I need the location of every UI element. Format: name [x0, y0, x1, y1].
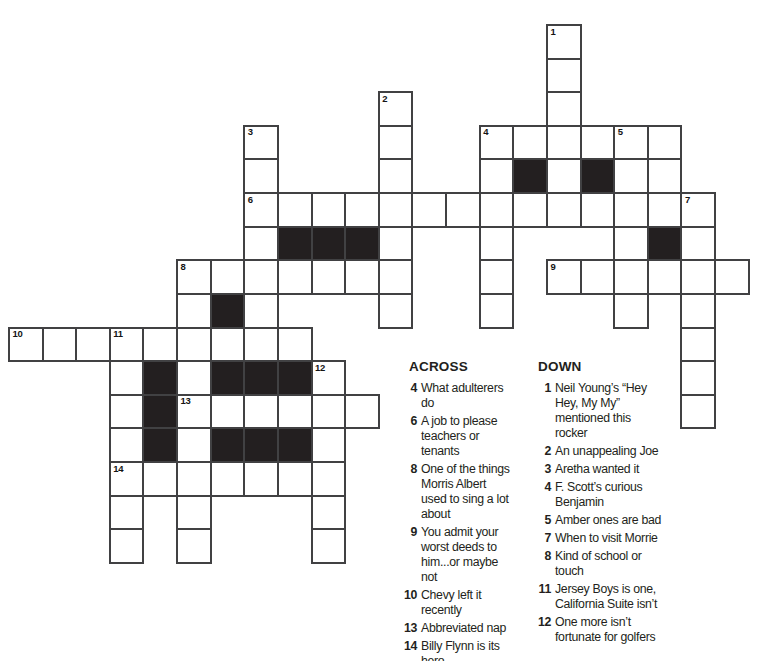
across-clue-4: 4What adulterers do: [402, 381, 534, 411]
black-cell-r6c10: [345, 227, 379, 261]
black-cell-r6c19: [648, 227, 682, 261]
cell-r10c9[interactable]: 12: [312, 361, 346, 395]
cell-number-10: 10: [13, 329, 23, 339]
black-cell-r11c4: [143, 395, 177, 429]
across-clue-9: 9You admit your worst deeds to him...or …: [402, 525, 534, 585]
cell-r14c9[interactable]: [312, 496, 346, 530]
cell-r8c18[interactable]: [614, 294, 648, 328]
cell-r9c7[interactable]: [244, 328, 278, 362]
cell-r5c14[interactable]: [480, 193, 514, 227]
cell-r9c6[interactable]: [211, 328, 245, 362]
cell-r3c15[interactable]: [513, 126, 547, 160]
down-clue-number-8: 8: [536, 549, 551, 579]
cell-r9c0[interactable]: 10: [9, 328, 43, 362]
down-clue-text-3: Aretha wanted it: [555, 462, 705, 477]
black-cell-r4c17: [581, 159, 615, 193]
cell-r7c20[interactable]: [681, 260, 715, 294]
cell-r8c20[interactable]: [681, 294, 715, 328]
down-clue-text-4: F. Scott’s curious Benjamin: [555, 480, 705, 510]
cell-r9c8[interactable]: [278, 328, 312, 362]
cell-r14c3[interactable]: [110, 496, 144, 530]
cell-number-8: 8: [181, 262, 186, 272]
cell-r7c19[interactable]: [648, 260, 682, 294]
black-cell-r12c7: [244, 428, 278, 462]
cell-r5c15[interactable]: [513, 193, 547, 227]
black-cell-r12c8: [278, 428, 312, 462]
across-clue-text-9: You admit your worst deeds to him...or m…: [421, 525, 534, 585]
down-clue-8: 8Kind of school or touch: [536, 549, 708, 579]
cell-r13c5[interactable]: [177, 462, 211, 496]
cell-r5c10[interactable]: [345, 193, 379, 227]
across-clue-list: 4What adulterers do6A job to please teac…: [402, 381, 534, 661]
down-clue-text-2: An unappealing Joe: [555, 444, 705, 459]
cell-r9c3[interactable]: 11: [110, 328, 144, 362]
cell-number-12: 12: [315, 363, 325, 373]
cell-r5c12[interactable]: [412, 193, 446, 227]
down-clue-3: 3Aretha wanted it: [536, 462, 708, 477]
cell-r1c16[interactable]: [547, 59, 581, 93]
cell-r11c3[interactable]: [110, 395, 144, 429]
down-clue-text-1: Neil Young’s “Hey Hey, My My” mentioned …: [555, 381, 705, 441]
cell-number-7: 7: [685, 195, 690, 205]
cell-r9c20[interactable]: [681, 328, 715, 362]
cell-r3c17[interactable]: [581, 126, 615, 160]
down-clue-1: 1Neil Young’s “Hey Hey, My My” mentioned…: [536, 381, 708, 441]
cell-r5c9[interactable]: [312, 193, 346, 227]
cell-number-14: 14: [113, 464, 123, 474]
down-clue-number-7: 7: [536, 531, 551, 546]
across-clue-text-4: What adulterers do: [421, 381, 534, 411]
cell-r6c18[interactable]: [614, 227, 648, 261]
cell-number-4: 4: [483, 127, 488, 137]
black-cell-r12c6: [211, 428, 245, 462]
cell-r2c11[interactable]: 2: [379, 92, 413, 126]
cell-r6c20[interactable]: [681, 227, 715, 261]
cell-r7c18[interactable]: [614, 260, 648, 294]
across-clue-number-10: 10: [402, 588, 417, 618]
cell-number-11: 11: [113, 329, 122, 339]
cell-r7c10[interactable]: [345, 260, 379, 294]
cell-r5c13[interactable]: [446, 193, 480, 227]
cell-r7c11[interactable]: [379, 260, 413, 294]
down-clue-number-12: 12: [536, 615, 551, 645]
cell-r5c16[interactable]: [547, 193, 581, 227]
down-clue-number-3: 3: [536, 462, 551, 477]
down-clue-text-8: Kind of school or touch: [555, 549, 705, 579]
cell-r8c11[interactable]: [379, 294, 413, 328]
cell-r8c7[interactable]: [244, 294, 278, 328]
across-clue-14: 14Billy Flynn is its hero: [402, 639, 534, 661]
cell-r3c19[interactable]: [648, 126, 682, 160]
cell-r4c14[interactable]: [480, 159, 514, 193]
down-clue-number-1: 1: [536, 381, 551, 441]
down-clue-number-4: 4: [536, 480, 551, 510]
cell-number-2: 2: [382, 94, 387, 104]
cell-r6c7[interactable]: [244, 227, 278, 261]
across-clue-8: 8One of the things Morris Albert used to…: [402, 462, 534, 522]
cell-r10c5[interactable]: [177, 361, 211, 395]
cell-r7c14[interactable]: [480, 260, 514, 294]
cell-r2c16[interactable]: [547, 92, 581, 126]
across-clue-number-6: 6: [402, 414, 417, 459]
cell-r9c2[interactable]: [76, 328, 110, 362]
cell-r11c5[interactable]: 13: [177, 395, 211, 429]
cell-number-5: 5: [618, 127, 623, 137]
cell-r4c16[interactable]: [547, 159, 581, 193]
down-clue-number-2: 2: [536, 444, 551, 459]
cell-r11c6[interactable]: [211, 395, 245, 429]
cell-r11c8[interactable]: [278, 395, 312, 429]
cell-r7c6[interactable]: [211, 260, 245, 294]
across-clue-6: 6A job to please teachers or tenants: [402, 414, 534, 459]
cell-r11c7[interactable]: [244, 395, 278, 429]
cell-r13c6[interactable]: [211, 462, 245, 496]
black-cell-r4c15: [513, 159, 547, 193]
cell-number-3: 3: [248, 127, 253, 137]
down-clue-number-5: 5: [536, 513, 551, 528]
cell-r15c5[interactable]: [177, 529, 211, 563]
cell-r7c7[interactable]: [244, 260, 278, 294]
cell-r11c9[interactable]: [312, 395, 346, 429]
across-clue-text-10: Chevy left it recently: [421, 588, 534, 618]
across-clue-10: 10Chevy left it recently: [402, 588, 534, 618]
cell-r4c11[interactable]: [379, 159, 413, 193]
cell-r10c3[interactable]: [110, 361, 144, 395]
cell-r5c19[interactable]: [648, 193, 682, 227]
down-clue-7: 7When to visit Morrie: [536, 531, 708, 546]
black-cell-r10c4: [143, 361, 177, 395]
cell-r7c21[interactable]: [715, 260, 749, 294]
down-clue-number-11: 11: [536, 582, 551, 612]
cell-r9c4[interactable]: [143, 328, 177, 362]
cell-r3c14[interactable]: 4: [480, 126, 514, 160]
cell-r7c9[interactable]: [312, 260, 346, 294]
cell-r5c8[interactable]: [278, 193, 312, 227]
cell-r3c7[interactable]: 3: [244, 126, 278, 160]
cell-r6c11[interactable]: [379, 227, 413, 261]
black-cell-r10c8: [278, 361, 312, 395]
cell-r8c14[interactable]: [480, 294, 514, 328]
cell-r12c9[interactable]: [312, 428, 346, 462]
cell-r13c8[interactable]: [278, 462, 312, 496]
across-clue-13: 13Abbreviated nap: [402, 621, 534, 636]
cell-r13c7[interactable]: [244, 462, 278, 496]
cell-r7c16[interactable]: 9: [547, 260, 581, 294]
cell-number-13: 13: [181, 396, 191, 406]
cell-r5c11[interactable]: [379, 193, 413, 227]
cell-r8c5[interactable]: [177, 294, 211, 328]
across-clue-number-13: 13: [402, 621, 417, 636]
cell-r14c5[interactable]: [177, 496, 211, 530]
black-cell-r8c6: [211, 294, 245, 328]
cell-r4c18[interactable]: [614, 159, 648, 193]
cell-r9c5[interactable]: [177, 328, 211, 362]
across-clue-number-14: 14: [402, 639, 417, 661]
across-clue-text-14: Billy Flynn is its hero: [421, 639, 534, 661]
down-clue-text-11: Jersey Boys is one, California Suite isn…: [555, 582, 705, 612]
down-header: DOWN: [538, 359, 708, 374]
cell-r5c20[interactable]: 7: [681, 193, 715, 227]
cell-r13c4[interactable]: [143, 462, 177, 496]
cell-r4c19[interactable]: [648, 159, 682, 193]
down-clue-text-7: When to visit Morrie: [555, 531, 705, 546]
cell-r13c3[interactable]: 14: [110, 462, 144, 496]
down-clue-4: 4F. Scott’s curious Benjamin: [536, 480, 708, 510]
down-clue-list: 1Neil Young’s “Hey Hey, My My” mentioned…: [536, 381, 708, 645]
across-clue-number-4: 4: [402, 381, 417, 411]
cell-r3c18[interactable]: 5: [614, 126, 648, 160]
down-clue-text-12: One more isn’t fortunate for golfers: [555, 615, 705, 645]
cell-r4c7[interactable]: [244, 159, 278, 193]
black-cell-r6c9: [312, 227, 346, 261]
black-cell-r10c7: [244, 361, 278, 395]
cell-r5c17[interactable]: [581, 193, 615, 227]
cell-number-9: 9: [550, 262, 555, 272]
black-cell-r12c4: [143, 428, 177, 462]
cell-r5c7[interactable]: 6: [244, 193, 278, 227]
down-clue-11: 11Jersey Boys is one, California Suite i…: [536, 582, 708, 612]
black-cell-r10c6: [211, 361, 245, 395]
across-clue-text-8: One of the things Morris Albert used to …: [421, 462, 534, 522]
cell-r3c11[interactable]: [379, 126, 413, 160]
down-clue-text-5: Amber ones are bad: [555, 513, 705, 528]
cell-r13c9[interactable]: [312, 462, 346, 496]
cell-r9c1[interactable]: [43, 328, 77, 362]
cell-r12c5[interactable]: [177, 428, 211, 462]
down-clue-12: 12One more isn’t fortunate for golfers: [536, 615, 708, 645]
cell-r3c16[interactable]: [547, 126, 581, 160]
cell-r7c5[interactable]: 8: [177, 260, 211, 294]
down-clue-5: 5Amber ones are bad: [536, 513, 708, 528]
across-clue-text-6: A job to please teachers or tenants: [421, 414, 534, 459]
black-cell-r6c8: [278, 227, 312, 261]
cell-r6c14[interactable]: [480, 227, 514, 261]
cell-r11c10[interactable]: [345, 395, 379, 429]
across-header: ACROSS: [409, 359, 534, 374]
cell-r7c17[interactable]: [581, 260, 615, 294]
across-clue-text-13: Abbreviated nap: [421, 621, 534, 636]
cell-r15c3[interactable]: [110, 529, 144, 563]
down-clues-section: DOWN 1Neil Young’s “Hey Hey, My My” ment…: [536, 359, 708, 648]
across-clue-number-9: 9: [402, 525, 417, 585]
cell-number-1: 1: [550, 27, 555, 37]
down-clue-2: 2An unappealing Joe: [536, 444, 708, 459]
cell-r7c8[interactable]: [278, 260, 312, 294]
cell-r0c16[interactable]: 1: [547, 25, 581, 59]
across-clue-number-8: 8: [402, 462, 417, 522]
cell-r5c18[interactable]: [614, 193, 648, 227]
cell-r15c9[interactable]: [312, 529, 346, 563]
cell-r12c3[interactable]: [110, 428, 144, 462]
across-clues-section: ACROSS 4What adulterers do6A job to plea…: [402, 359, 534, 661]
cell-number-6: 6: [248, 195, 253, 205]
